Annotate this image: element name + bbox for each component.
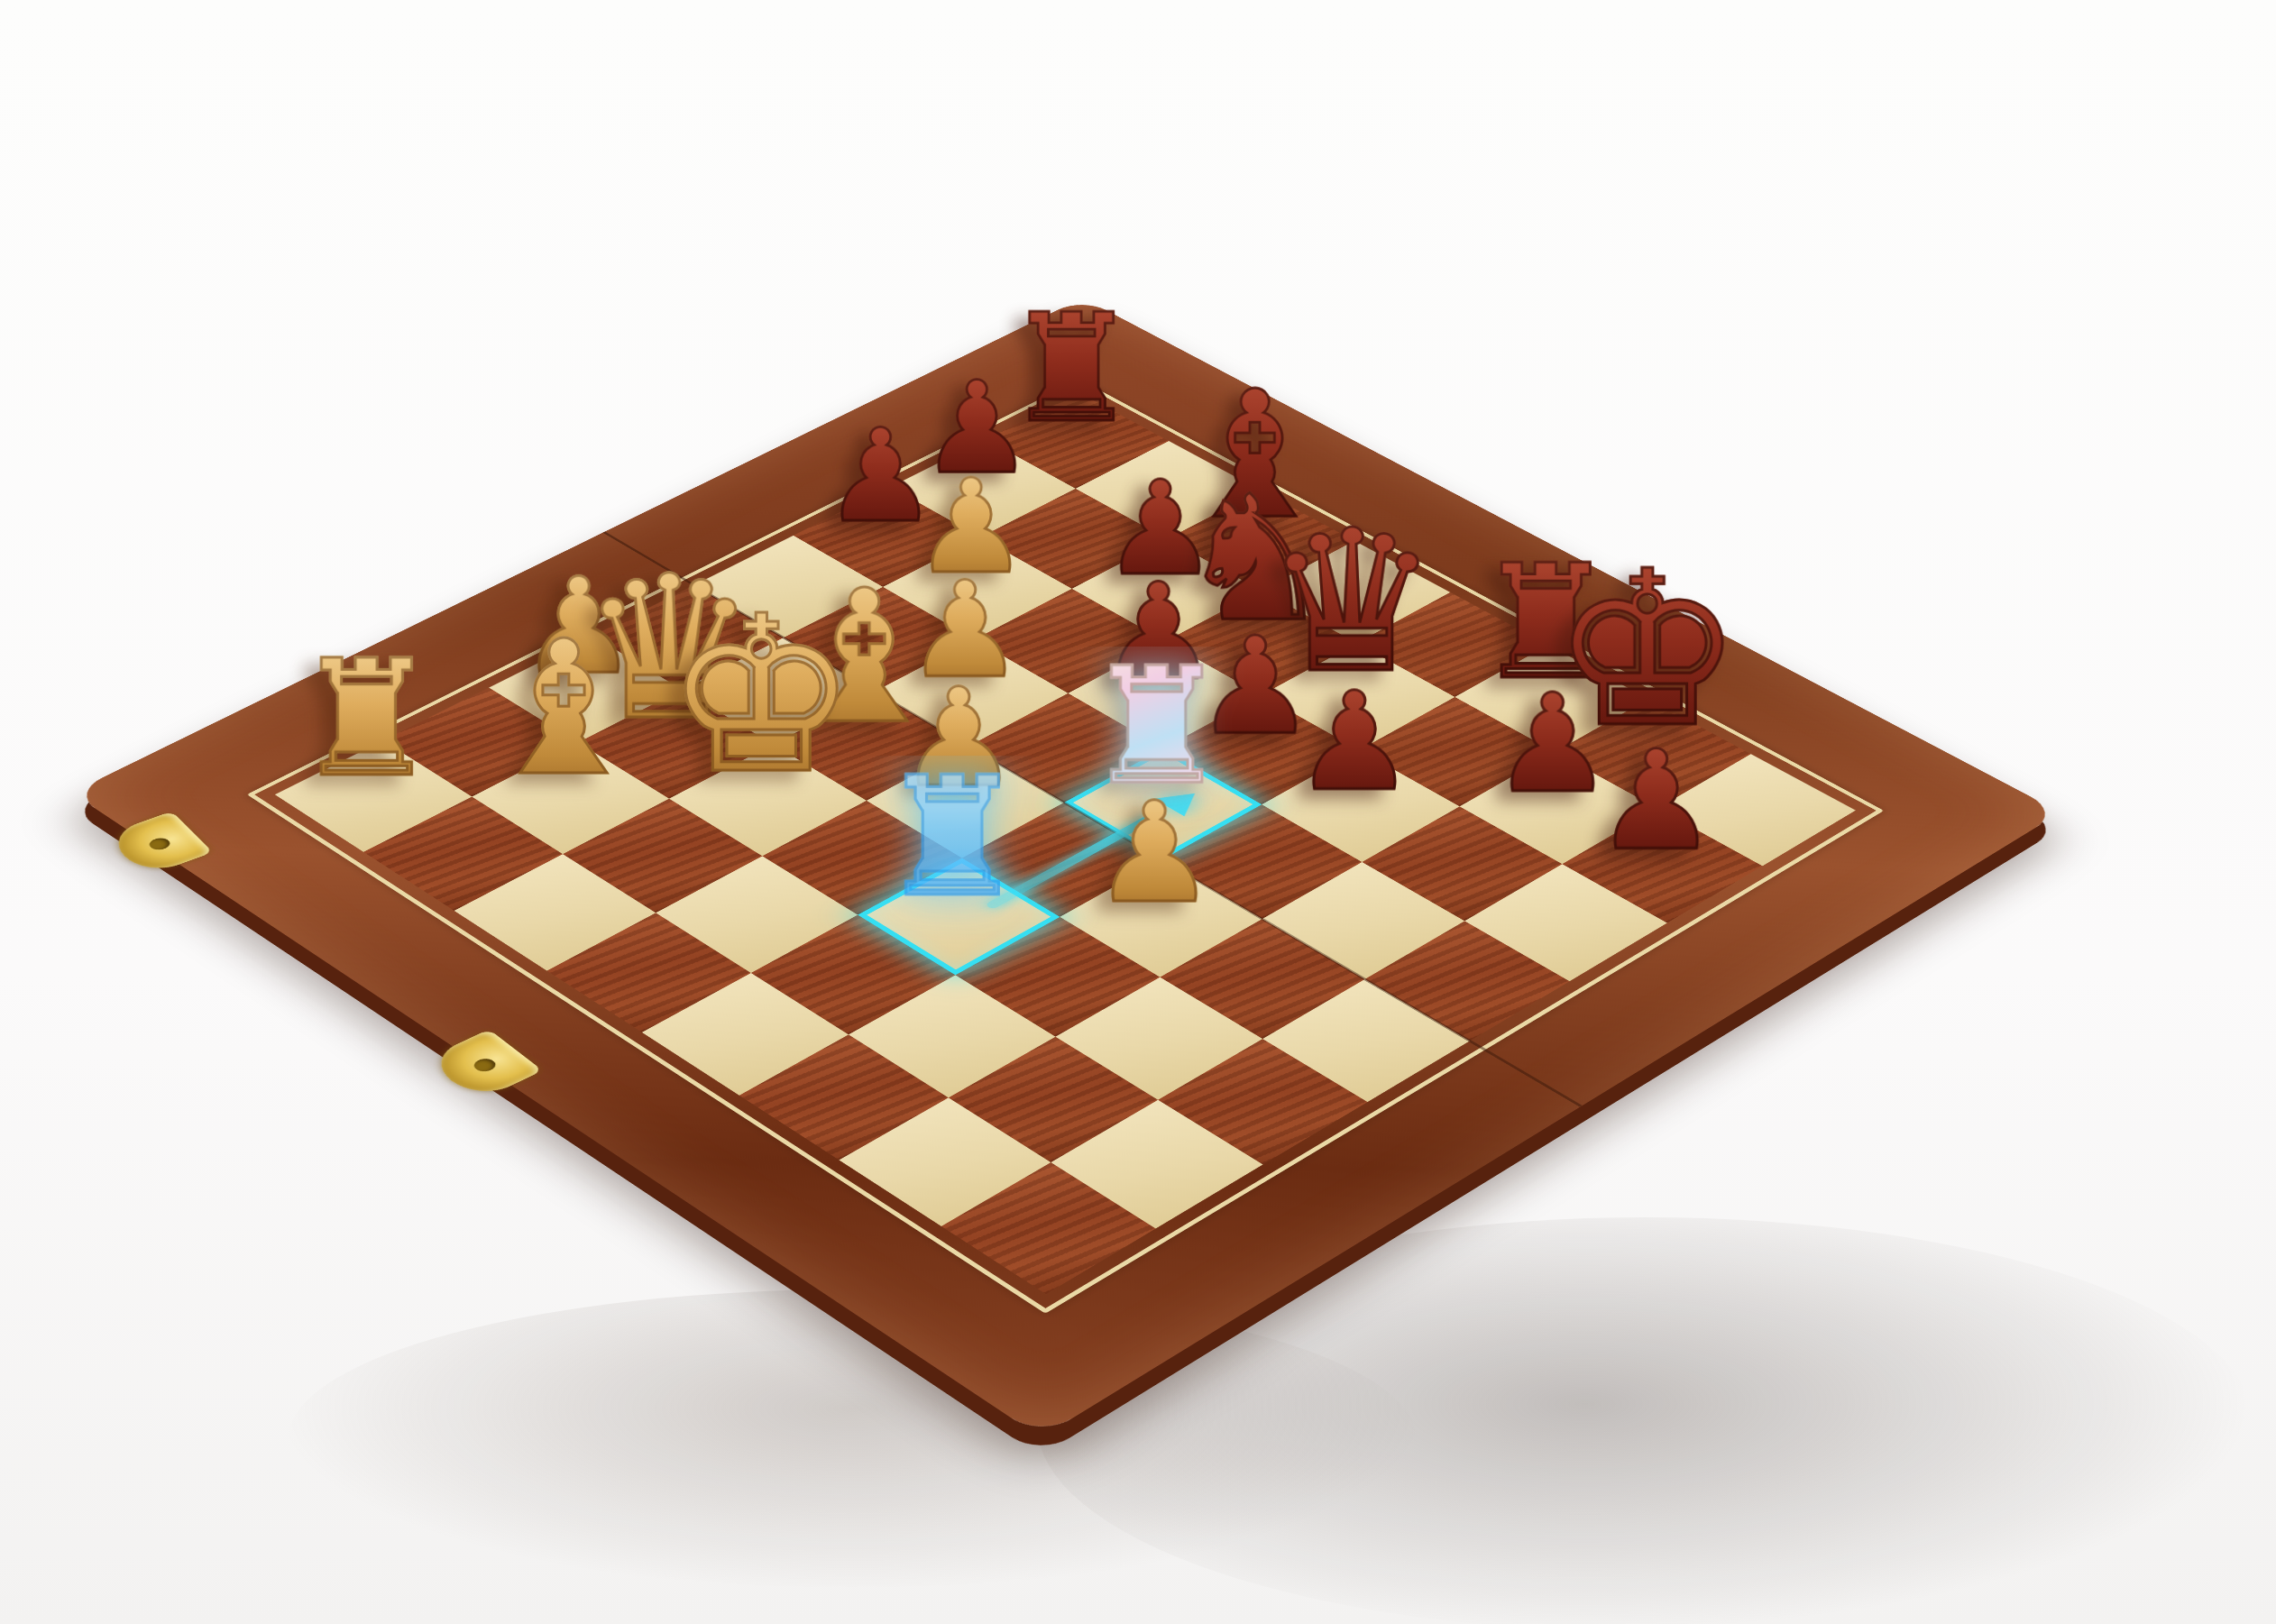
board-cast-shadow-near (289, 1289, 1416, 1587)
brass-clasp (425, 1029, 543, 1101)
photo-scene: ♜♝♜♚♟♟♞♛♟♟♟♟♟♟♟♟♜♝♟♟♟♛♚♝♜♜ (0, 0, 2276, 1624)
black-pawn-glyph: ♟ (1537, 731, 1775, 868)
brass-clasp (104, 812, 213, 877)
white-pawn-glyph: ♟ (1034, 783, 1274, 922)
